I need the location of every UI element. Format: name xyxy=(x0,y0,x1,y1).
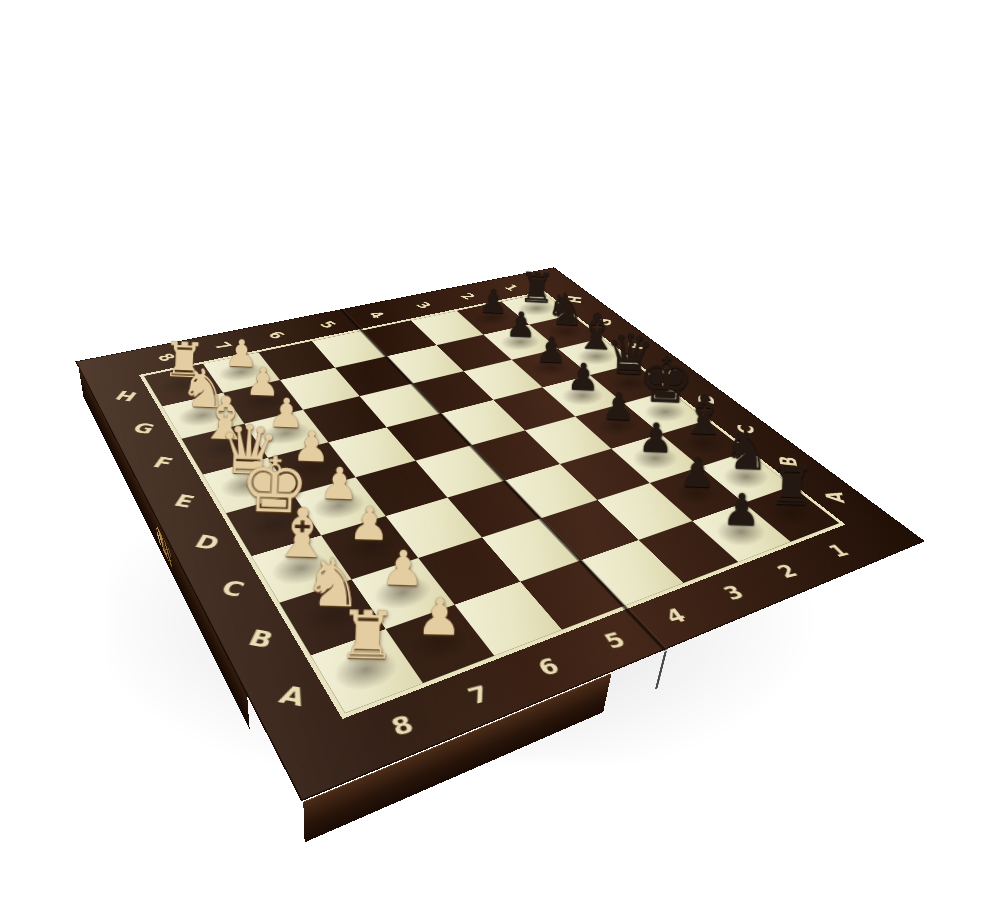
black-pawn: ♟ xyxy=(700,487,782,533)
fold-seam-side xyxy=(655,651,667,690)
white-rook: ♜ xyxy=(316,602,419,670)
chess-box: ♜♟♟♜♞♟♟♞♝♟♟♝♛♟♟♛♚♟♟♚♝♟♟♝♞♟♟♞♜♟♟♜ 8765432… xyxy=(75,267,925,801)
photo-canvas: ♜♟♟♜♞♟♟♞♝♟♟♝♛♟♟♛♚♟♟♚♝♟♟♝♞♟♟♞♜♟♟♜ 8765432… xyxy=(0,0,1000,913)
camera-roll: ♜♟♟♜♞♟♟♞♝♟♟♝♛♟♟♛♚♟♟♚♝♟♟♝♞♟♟♞♜♟♟♜ 8765432… xyxy=(0,0,1000,913)
perspective-camera: ♜♟♟♜♞♟♟♞♝♟♟♝♛♟♟♛♚♟♟♚♝♟♟♝♞♟♟♞♜♟♟♜ 8765432… xyxy=(134,109,806,781)
